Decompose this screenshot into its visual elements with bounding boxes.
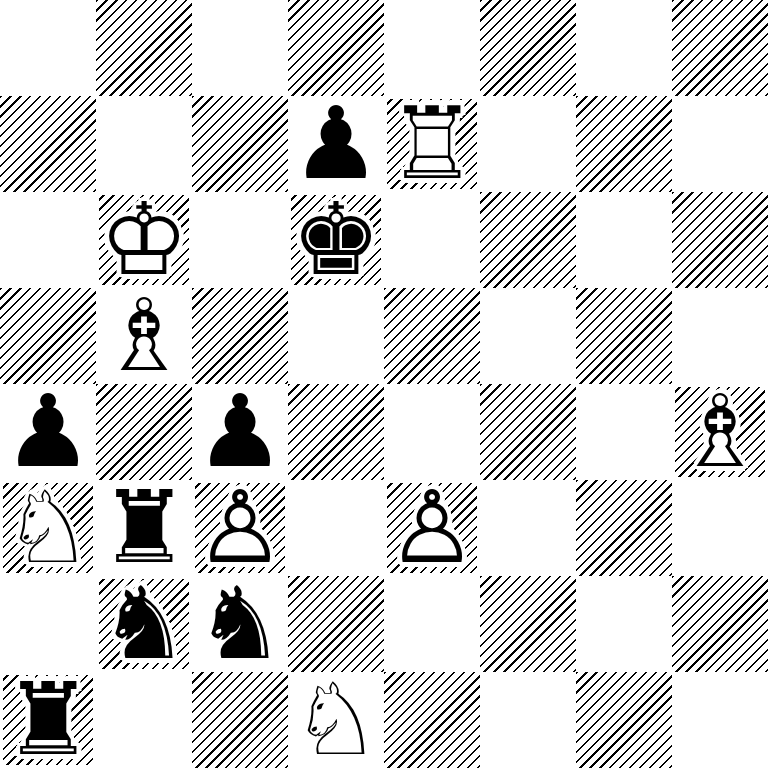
square-e8[interactable]	[384, 0, 480, 96]
square-f1[interactable]	[480, 672, 576, 768]
square-g4[interactable]	[576, 384, 672, 480]
white-knight-icon: ♘	[288, 672, 384, 768]
square-f2[interactable]	[480, 576, 576, 672]
piece-white-knight-d1[interactable]: ♞♘	[288, 672, 384, 768]
square-f5[interactable]	[480, 288, 576, 384]
square-h1[interactable]	[672, 672, 768, 768]
piece-white-bishop-h4[interactable]: ♝♗	[672, 384, 768, 480]
piece-black-rook-b3[interactable]: ♜♜	[96, 480, 192, 576]
square-g3[interactable]	[576, 480, 672, 576]
black-knight-icon: ♞	[192, 576, 288, 672]
square-e2[interactable]	[384, 576, 480, 672]
square-g2[interactable]	[576, 576, 672, 672]
black-rook-icon: ♜	[96, 480, 192, 576]
white-knight-icon: ♘	[0, 480, 96, 576]
square-b4[interactable]	[96, 384, 192, 480]
square-d5[interactable]	[288, 288, 384, 384]
square-f8[interactable]	[480, 0, 576, 96]
white-pawn-icon: ♙	[192, 480, 288, 576]
piece-black-pawn-a4[interactable]: ♟♟	[0, 384, 96, 480]
white-bishop-icon: ♗	[672, 384, 768, 480]
square-g6[interactable]	[576, 192, 672, 288]
square-b5[interactable]: ♝♗	[96, 288, 192, 384]
square-e1[interactable]	[384, 672, 480, 768]
square-g5[interactable]	[576, 288, 672, 384]
square-e3[interactable]: ♟♙	[384, 480, 480, 576]
square-g8[interactable]	[576, 0, 672, 96]
square-e7[interactable]: ♜♖	[384, 96, 480, 192]
square-c7[interactable]	[192, 96, 288, 192]
square-a1[interactable]: ♜♜	[0, 672, 96, 768]
square-h8[interactable]	[672, 0, 768, 96]
square-c1[interactable]	[192, 672, 288, 768]
square-d8[interactable]	[288, 0, 384, 96]
square-h2[interactable]	[672, 576, 768, 672]
piece-white-knight-a3[interactable]: ♞♘	[0, 480, 96, 576]
square-c6[interactable]	[192, 192, 288, 288]
square-d2[interactable]	[288, 576, 384, 672]
piece-white-rook-e7[interactable]: ♜♖	[384, 96, 480, 192]
square-d3[interactable]	[288, 480, 384, 576]
square-h6[interactable]	[672, 192, 768, 288]
square-c2[interactable]: ♞♞	[192, 576, 288, 672]
square-h7[interactable]	[672, 96, 768, 192]
square-a3[interactable]: ♞♘	[0, 480, 96, 576]
white-rook-icon: ♖	[384, 96, 480, 192]
chess-board: ♟♟♜♖♚♔♚♚♝♗♟♟♟♟♝♗♞♘♜♜♟♙♟♙♞♞♞♞♜♜♞♘	[0, 0, 768, 768]
square-f7[interactable]	[480, 96, 576, 192]
square-e6[interactable]	[384, 192, 480, 288]
square-g7[interactable]	[576, 96, 672, 192]
square-a7[interactable]	[0, 96, 96, 192]
black-knight-icon: ♞	[96, 576, 192, 672]
square-f6[interactable]	[480, 192, 576, 288]
square-b2[interactable]: ♞♞	[96, 576, 192, 672]
black-king-icon: ♚	[288, 192, 384, 288]
piece-black-pawn-c4[interactable]: ♟♟	[192, 384, 288, 480]
piece-black-king-d6[interactable]: ♚♚	[288, 192, 384, 288]
square-h4[interactable]: ♝♗	[672, 384, 768, 480]
square-c5[interactable]	[192, 288, 288, 384]
black-pawn-icon: ♟	[0, 384, 96, 480]
square-d4[interactable]	[288, 384, 384, 480]
square-a8[interactable]	[0, 0, 96, 96]
square-e4[interactable]	[384, 384, 480, 480]
square-b7[interactable]	[96, 96, 192, 192]
piece-white-king-b6[interactable]: ♚♔	[96, 192, 192, 288]
square-c8[interactable]	[192, 0, 288, 96]
square-h3[interactable]	[672, 480, 768, 576]
square-b3[interactable]: ♜♜	[96, 480, 192, 576]
square-f4[interactable]	[480, 384, 576, 480]
square-a2[interactable]	[0, 576, 96, 672]
square-d7[interactable]: ♟♟	[288, 96, 384, 192]
black-pawn-icon: ♟	[288, 96, 384, 192]
square-b1[interactable]	[96, 672, 192, 768]
piece-black-knight-b2[interactable]: ♞♞	[96, 576, 192, 672]
square-b8[interactable]	[96, 0, 192, 96]
square-e5[interactable]	[384, 288, 480, 384]
square-c4[interactable]: ♟♟	[192, 384, 288, 480]
square-c3[interactable]: ♟♙	[192, 480, 288, 576]
white-bishop-icon: ♗	[96, 288, 192, 384]
piece-white-pawn-e3[interactable]: ♟♙	[384, 480, 480, 576]
white-pawn-icon: ♙	[384, 480, 480, 576]
black-pawn-icon: ♟	[192, 384, 288, 480]
white-king-icon: ♔	[96, 192, 192, 288]
piece-white-bishop-b5[interactable]: ♝♗	[96, 288, 192, 384]
square-b6[interactable]: ♚♔	[96, 192, 192, 288]
black-rook-icon: ♜	[0, 672, 96, 768]
square-f3[interactable]	[480, 480, 576, 576]
square-h5[interactable]	[672, 288, 768, 384]
square-a6[interactable]	[0, 192, 96, 288]
piece-black-rook-a1[interactable]: ♜♜	[0, 672, 96, 768]
square-d1[interactable]: ♞♘	[288, 672, 384, 768]
piece-black-pawn-d7[interactable]: ♟♟	[288, 96, 384, 192]
square-a4[interactable]: ♟♟	[0, 384, 96, 480]
square-d6[interactable]: ♚♚	[288, 192, 384, 288]
piece-white-pawn-c3[interactable]: ♟♙	[192, 480, 288, 576]
square-g1[interactable]	[576, 672, 672, 768]
piece-black-knight-c2[interactable]: ♞♞	[192, 576, 288, 672]
square-a5[interactable]	[0, 288, 96, 384]
